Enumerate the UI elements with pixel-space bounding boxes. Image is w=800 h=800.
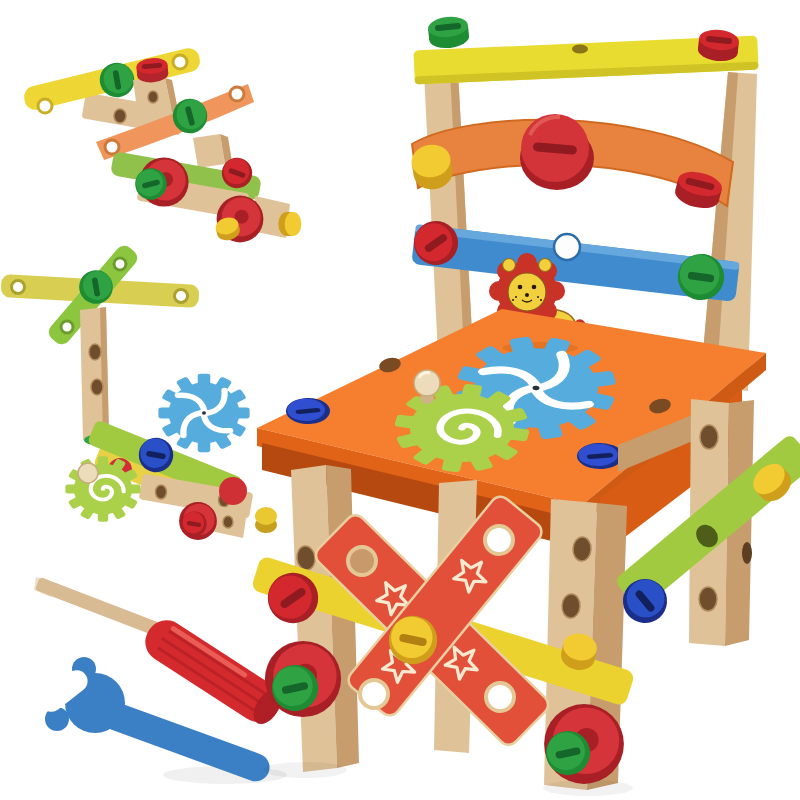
airplane-bar-hole: [114, 109, 126, 123]
brace-hole: [486, 683, 514, 711]
yellow-nut: [255, 507, 277, 533]
red-wheel: [219, 477, 247, 505]
brace-hole: [360, 680, 388, 708]
beam-hole: [156, 485, 167, 499]
screwdriver-handle: [138, 613, 288, 731]
wing-hole: [230, 87, 244, 101]
brace-hole: [348, 547, 376, 575]
rotor-hole: [12, 281, 25, 294]
wheel-shadow: [263, 762, 347, 778]
lion-face: [508, 273, 546, 311]
wing-hole: [105, 140, 119, 154]
yellow-nut: [278, 212, 301, 236]
toy-assembly-chair-photo: [0, 0, 800, 800]
rotor-hole: [175, 290, 188, 303]
airplane-block-tower: [133, 78, 178, 116]
toy-airplane: [22, 46, 302, 243]
gear-blue-small: [158, 374, 249, 452]
rotor-hole: [61, 321, 73, 333]
toy-helicopter: [1, 242, 254, 540]
product-photo: [0, 0, 800, 800]
chair-back-post-left: [424, 71, 473, 355]
screwdriver-shaft: [35, 577, 163, 637]
airplane-plank-hole: [38, 99, 52, 113]
airplane-plank-hole: [173, 55, 187, 69]
lion-ear: [503, 259, 516, 272]
brace-hole: [485, 526, 513, 554]
chair-back-post-right: [700, 72, 757, 391]
green-screw: [427, 15, 470, 50]
rail-empty-hole: [554, 234, 580, 260]
lion-ear: [539, 259, 552, 272]
wooden-bead: [78, 463, 98, 483]
toy-chair: [251, 15, 800, 796]
rail-hole: [572, 45, 588, 54]
rotor-hole: [114, 258, 126, 270]
